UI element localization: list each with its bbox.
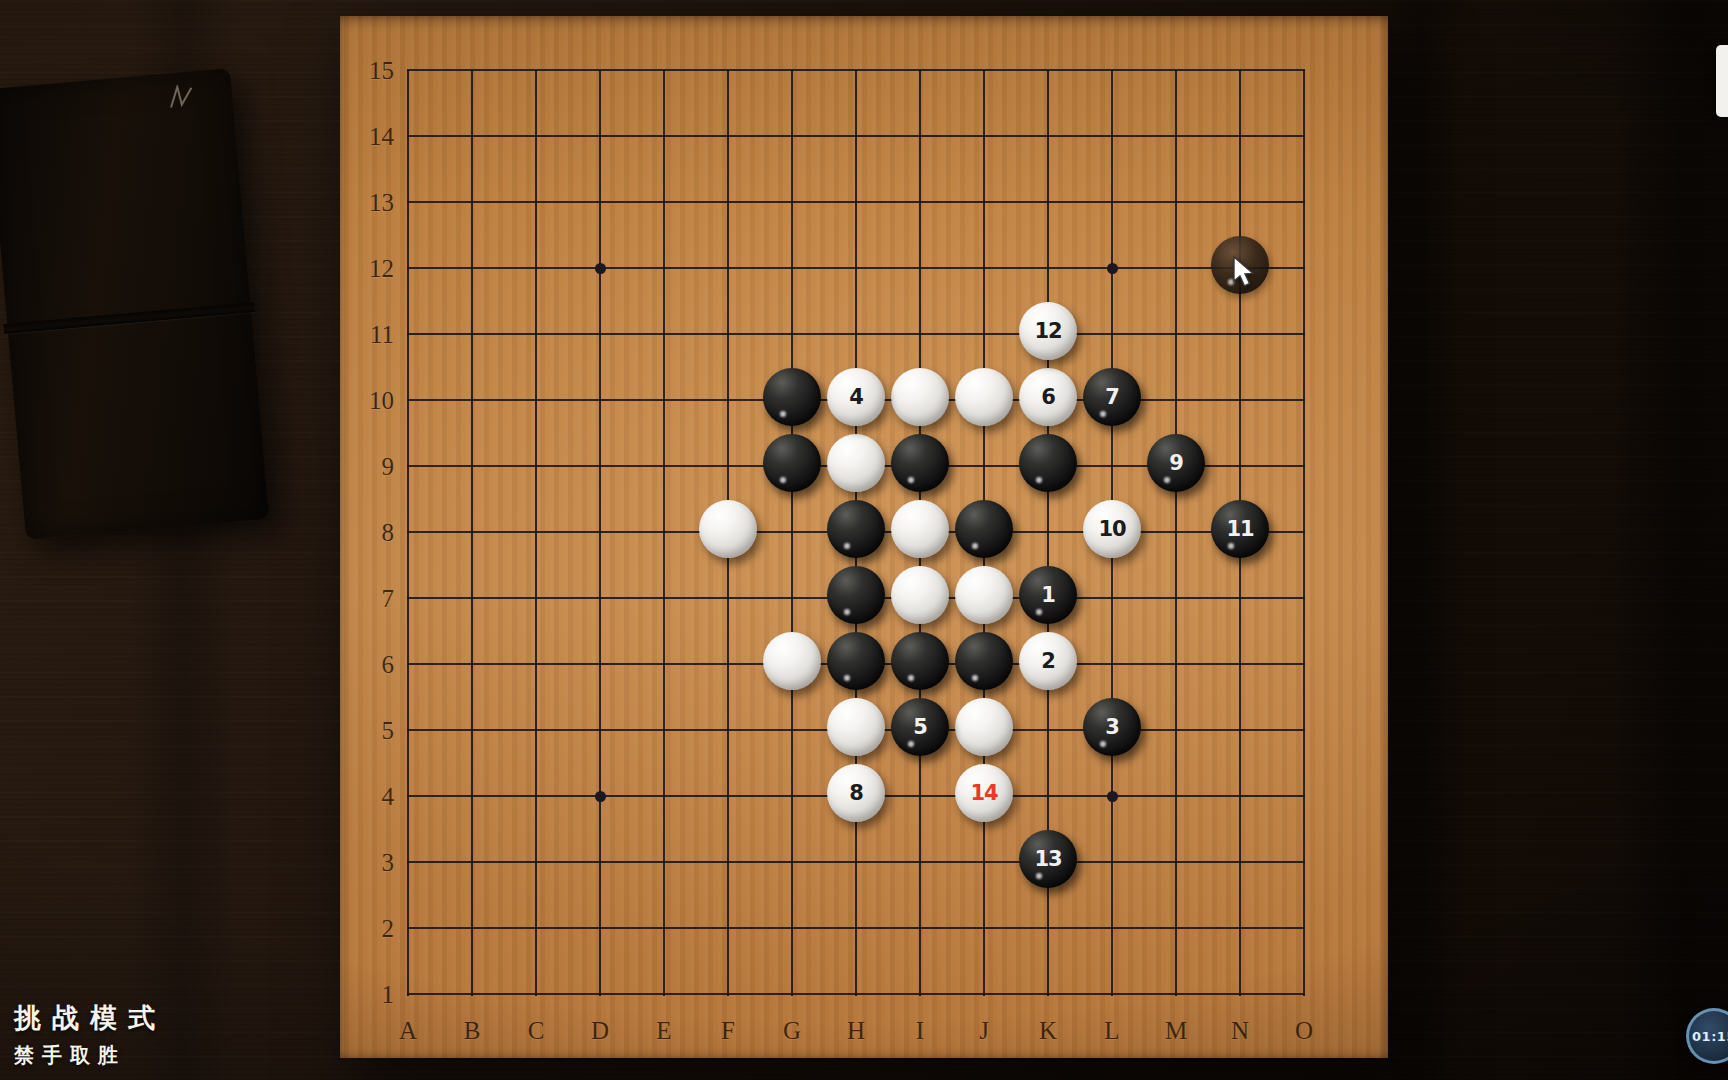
timer-badge: 01:15 [1686, 1008, 1728, 1064]
col-label: N [1220, 1018, 1260, 1043]
stone-white [891, 500, 949, 558]
move-number: 4 [849, 385, 863, 409]
stone-white: 10 [1083, 500, 1141, 558]
col-label: C [516, 1018, 556, 1043]
stone-white: 8 [827, 764, 885, 822]
move-number: 2 [1041, 649, 1055, 673]
stone-white: 2 [1019, 632, 1077, 690]
stone-white: 6 [1019, 368, 1077, 426]
grid-line-v [599, 70, 601, 996]
move-number: 10 [1098, 517, 1125, 541]
stone-black: 1 [1019, 566, 1077, 624]
row-label: 14 [348, 124, 394, 149]
stone-white: 14 [955, 764, 1013, 822]
table-shadow-band [1615, 0, 1728, 1080]
stone-white [827, 698, 885, 756]
col-label: B [452, 1018, 492, 1043]
move-number: 3 [1105, 715, 1119, 739]
row-label: 3 [348, 850, 394, 875]
notebook-thread-mark [167, 83, 199, 110]
stone-black [827, 632, 885, 690]
mode-subtitle: 禁手取胜 [14, 1042, 166, 1069]
stone-black [763, 368, 821, 426]
stone-white [955, 698, 1013, 756]
row-label: 4 [348, 784, 394, 809]
stone-black: 3 [1083, 698, 1141, 756]
stone-black [891, 632, 949, 690]
row-label: 6 [348, 652, 394, 677]
col-label: O [1284, 1018, 1324, 1043]
row-label: 10 [348, 388, 394, 413]
col-label: I [900, 1018, 940, 1043]
mode-title: 挑战模式 [14, 1000, 166, 1036]
move-number: 9 [1169, 451, 1183, 475]
col-label: H [836, 1018, 876, 1043]
stone-white [763, 632, 821, 690]
grid-line-h [407, 927, 1305, 929]
col-label: A [388, 1018, 428, 1043]
move-number: 13 [1034, 847, 1061, 871]
grid-line-h [407, 993, 1305, 995]
move-number: 8 [849, 781, 863, 805]
col-label: F [708, 1018, 748, 1043]
stone-black: 5 [891, 698, 949, 756]
grid-line-v [1175, 70, 1177, 996]
row-label: 13 [348, 190, 394, 215]
stone-white [955, 566, 1013, 624]
star-point [1107, 791, 1118, 802]
stone-white [827, 434, 885, 492]
table-shadow-band [1380, 0, 1470, 1080]
move-number: 11 [1226, 517, 1253, 541]
col-label: L [1092, 1018, 1132, 1043]
move-number: 6 [1041, 385, 1055, 409]
row-label: 8 [348, 520, 394, 545]
row-label: 5 [348, 718, 394, 743]
stone-black [1019, 434, 1077, 492]
star-point [595, 263, 606, 274]
stone-black: 7 [1083, 368, 1141, 426]
timer-value: 01:15 [1692, 1029, 1728, 1044]
col-label: E [644, 1018, 684, 1043]
notebook-prop [0, 68, 269, 540]
col-label: M [1156, 1018, 1196, 1043]
row-label: 7 [348, 586, 394, 611]
stone-white [891, 368, 949, 426]
grid-line-v [663, 70, 665, 996]
row-label: 2 [348, 916, 394, 941]
grid-line-h [407, 861, 1305, 863]
stone-white [891, 566, 949, 624]
move-number: 14 [970, 781, 997, 805]
col-label: K [1028, 1018, 1068, 1043]
ghost-stone-preview[interactable] [1211, 236, 1269, 294]
col-label: J [964, 1018, 1004, 1043]
offscreen-white-panel[interactable] [1716, 45, 1728, 117]
stone-black [827, 566, 885, 624]
stone-white [955, 368, 1013, 426]
stone-white [699, 500, 757, 558]
row-label: 9 [348, 454, 394, 479]
row-label: 12 [348, 256, 394, 281]
move-number: 1 [1041, 583, 1055, 607]
stone-white: 12 [1019, 302, 1077, 360]
stone-black [955, 500, 1013, 558]
gomoku-board[interactable]: 151413121110987654321ABCDEFGHIJKLMNO1234… [340, 16, 1388, 1058]
row-label: 11 [348, 322, 394, 347]
col-label: D [580, 1018, 620, 1043]
grid-line-v [791, 70, 793, 996]
row-label: 1 [348, 982, 394, 1007]
grid-line-v [407, 70, 409, 996]
col-label: G [772, 1018, 812, 1043]
stone-black [827, 500, 885, 558]
star-point [595, 791, 606, 802]
stone-white: 4 [827, 368, 885, 426]
star-point [1107, 263, 1118, 274]
stone-black: 13 [1019, 830, 1077, 888]
notebook-strap [3, 302, 255, 334]
grid-line-v [1303, 70, 1305, 996]
move-number: 5 [913, 715, 927, 739]
move-number: 7 [1105, 385, 1119, 409]
grid-line-v [535, 70, 537, 996]
move-number: 12 [1034, 319, 1061, 343]
game-scene: 151413121110987654321ABCDEFGHIJKLMNO1234… [0, 0, 1728, 1080]
stone-black: 9 [1147, 434, 1205, 492]
row-label: 15 [348, 58, 394, 83]
stone-black: 11 [1211, 500, 1269, 558]
grid-line-v [471, 70, 473, 996]
mode-block: 挑战模式 禁手取胜 [14, 1000, 166, 1069]
stone-black [763, 434, 821, 492]
stone-black [891, 434, 949, 492]
stone-black [955, 632, 1013, 690]
